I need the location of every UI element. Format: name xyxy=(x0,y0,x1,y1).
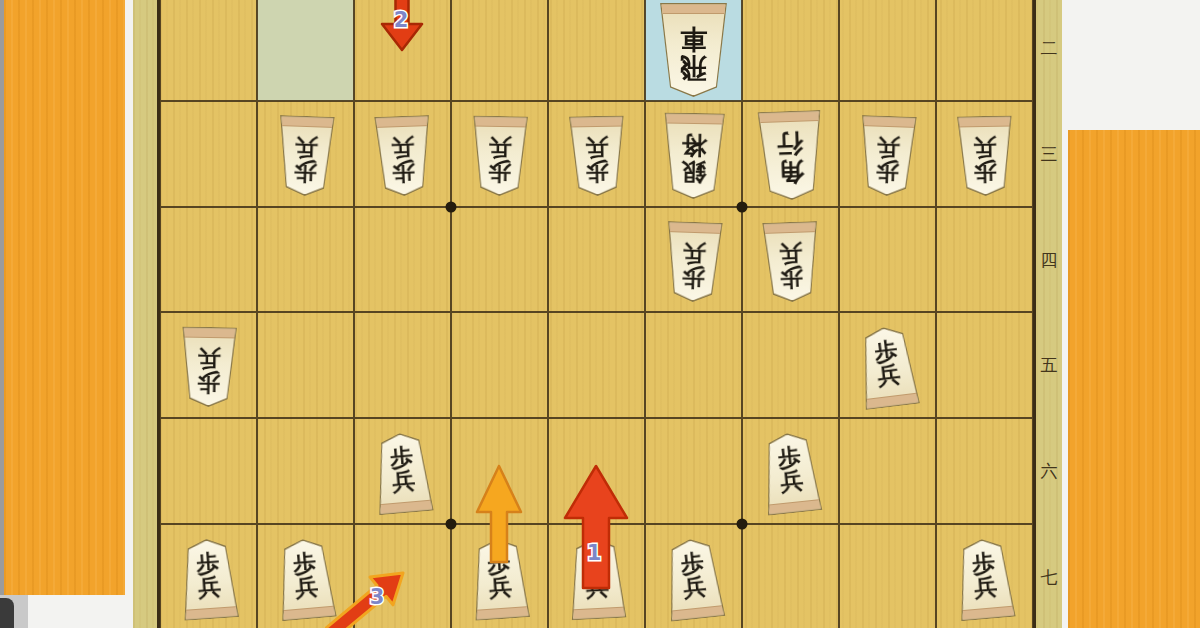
rank-label-2: 二 xyxy=(1036,36,1062,59)
piece-base-edge xyxy=(660,4,728,14)
square-9-3[interactable] xyxy=(160,101,257,207)
piece-kanji: 兵 xyxy=(585,134,608,159)
square-1-5[interactable] xyxy=(936,312,1033,418)
piece-kanji: 行 xyxy=(777,130,804,159)
piece-kanji: 兵 xyxy=(585,575,609,601)
piece-base-edge xyxy=(956,117,1011,128)
square-2-4[interactable] xyxy=(839,207,936,313)
piece-kanji: 歩 xyxy=(973,159,996,184)
piece-base-edge xyxy=(568,117,623,128)
piece-kanji: 銀 xyxy=(680,159,705,186)
star-point xyxy=(737,519,748,530)
piece-base-edge xyxy=(183,606,239,620)
star-point xyxy=(737,201,748,212)
square-3-7[interactable] xyxy=(742,524,839,628)
square-7-5[interactable] xyxy=(354,312,451,418)
bottom-left-dark-corner xyxy=(0,598,14,628)
piece-kanji: 車 xyxy=(680,25,707,54)
square-1-6[interactable] xyxy=(936,418,1033,524)
piece-base-edge xyxy=(279,116,334,128)
rank-label-3: 三 xyxy=(1036,142,1062,165)
rank-label-6: 六 xyxy=(1036,460,1062,483)
piece-kanji: 歩 xyxy=(488,159,511,184)
square-6-6[interactable] xyxy=(451,418,548,524)
right-wood-panel xyxy=(1068,130,1200,628)
piece-kanji: 兵 xyxy=(294,134,318,160)
square-9-4[interactable] xyxy=(160,207,257,313)
square-8-4[interactable] xyxy=(257,207,354,313)
piece-base-edge xyxy=(757,112,821,124)
board-grid xyxy=(160,0,1033,628)
square-7-7[interactable] xyxy=(354,524,451,628)
piece-base-edge xyxy=(861,116,916,128)
square-5-4[interactable] xyxy=(548,207,645,313)
square-6-5[interactable] xyxy=(451,312,548,418)
square-2-6[interactable] xyxy=(839,418,936,524)
piece-kanji: 兵 xyxy=(488,134,511,159)
square-7-4[interactable] xyxy=(354,207,451,313)
piece-kanji: 兵 xyxy=(778,240,802,266)
piece-kanji: 兵 xyxy=(682,574,707,601)
square-8-5[interactable] xyxy=(257,312,354,418)
piece-kanji: 兵 xyxy=(390,134,414,160)
piece-base-edge xyxy=(664,114,725,125)
piece-kanji: 歩 xyxy=(585,159,608,184)
rank-label-strip: 二三四五六七 xyxy=(1036,0,1062,628)
piece-kanji: 兵 xyxy=(294,574,319,601)
piece-kanji: 歩 xyxy=(681,265,705,291)
square-8-2[interactable] xyxy=(257,0,354,101)
piece-base-edge xyxy=(374,116,429,128)
square-6-2[interactable] xyxy=(451,0,548,101)
square-8-6[interactable] xyxy=(257,418,354,524)
piece-face: 飛車 xyxy=(660,4,728,95)
piece-base-edge xyxy=(182,328,237,339)
piece-base-edge xyxy=(473,117,528,128)
piece-kanji: 歩 xyxy=(293,159,317,185)
piece-kanji: 兵 xyxy=(973,134,996,159)
piece-base-edge xyxy=(762,222,817,234)
rank-label-5: 五 xyxy=(1036,354,1062,377)
square-5-2[interactable] xyxy=(548,0,645,101)
star-point xyxy=(446,519,457,530)
square-2-7[interactable] xyxy=(839,524,936,628)
piece-kanji: 兵 xyxy=(876,362,902,389)
piece-kanji: 歩 xyxy=(779,265,803,291)
piece-base-edge xyxy=(667,222,722,234)
square-9-6[interactable] xyxy=(160,418,257,524)
piece-kanji: 兵 xyxy=(391,469,416,496)
piece-kanji: 兵 xyxy=(779,468,804,495)
square-4-5[interactable] xyxy=(645,312,742,418)
piece-kanji: 歩 xyxy=(197,371,220,396)
piece-kanji: 歩 xyxy=(875,159,899,185)
shogi-lecture-screenshot: 二三四五六七 飛車歩兵歩兵歩兵歩兵銀将角行歩兵歩兵歩兵歩兵歩兵歩兵歩兵歩兵歩兵歩… xyxy=(0,0,1200,628)
square-7-2[interactable] xyxy=(354,0,451,101)
square-9-2[interactable] xyxy=(160,0,257,101)
piece-base-edge xyxy=(571,606,626,619)
left-wood-panel xyxy=(4,0,125,595)
square-5-6[interactable] xyxy=(548,418,645,524)
piece-kanji: 兵 xyxy=(197,346,220,371)
piece-kanji: 兵 xyxy=(488,575,513,601)
square-5-5[interactable] xyxy=(548,312,645,418)
square-1-4[interactable] xyxy=(936,207,1033,313)
piece-kanji: 兵 xyxy=(682,240,706,266)
piece-kanji: 兵 xyxy=(197,575,222,601)
square-3-2[interactable] xyxy=(742,0,839,101)
square-3-5[interactable] xyxy=(742,312,839,418)
piece-kanji: 将 xyxy=(681,132,706,159)
piece-kanji: 兵 xyxy=(973,574,998,601)
star-point xyxy=(446,201,457,212)
piece-kanji: 角 xyxy=(778,158,805,187)
square-6-4[interactable] xyxy=(451,207,548,313)
piece-base-edge xyxy=(474,606,530,620)
piece-kanji: 飛 xyxy=(680,54,707,83)
square-1-2[interactable] xyxy=(936,0,1033,101)
piece-kanji: 兵 xyxy=(876,134,900,160)
square-4-6[interactable] xyxy=(645,418,742,524)
piece-kanji: 歩 xyxy=(391,159,415,185)
square-2-2[interactable] xyxy=(839,0,936,101)
rank-label-7: 七 xyxy=(1036,566,1062,589)
rank-label-4: 四 xyxy=(1036,248,1062,271)
